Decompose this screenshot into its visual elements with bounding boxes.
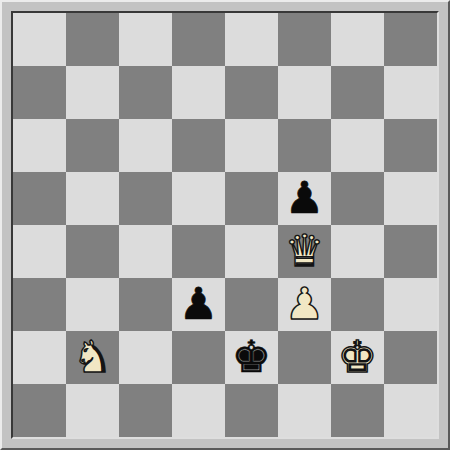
square-e6[interactable] bbox=[225, 119, 278, 172]
piece-black-pawn[interactable]: ♟ bbox=[285, 176, 324, 220]
square-f2[interactable] bbox=[278, 331, 331, 384]
square-h7[interactable] bbox=[384, 66, 437, 119]
square-d1[interactable] bbox=[172, 384, 225, 437]
square-d2[interactable] bbox=[172, 331, 225, 384]
square-f4[interactable]: ♛ bbox=[278, 225, 331, 278]
square-a2[interactable] bbox=[13, 331, 66, 384]
square-b7[interactable] bbox=[66, 66, 119, 119]
square-e4[interactable] bbox=[225, 225, 278, 278]
square-f5[interactable]: ♟ bbox=[278, 172, 331, 225]
piece-white-knight[interactable]: ♞ bbox=[73, 335, 112, 379]
square-a7[interactable] bbox=[13, 66, 66, 119]
square-a5[interactable] bbox=[13, 172, 66, 225]
square-h1[interactable] bbox=[384, 384, 437, 437]
square-c6[interactable] bbox=[119, 119, 172, 172]
chess-board: ♟♛♟♟♞♚♚ bbox=[13, 13, 437, 437]
square-d3[interactable]: ♟ bbox=[172, 278, 225, 331]
square-c5[interactable] bbox=[119, 172, 172, 225]
square-g8[interactable] bbox=[331, 13, 384, 66]
square-b8[interactable] bbox=[66, 13, 119, 66]
square-e7[interactable] bbox=[225, 66, 278, 119]
square-d4[interactable] bbox=[172, 225, 225, 278]
square-h4[interactable] bbox=[384, 225, 437, 278]
square-g1[interactable] bbox=[331, 384, 384, 437]
square-e8[interactable] bbox=[225, 13, 278, 66]
square-b6[interactable] bbox=[66, 119, 119, 172]
chessboard-window: ♟♛♟♟♞♚♚ bbox=[0, 0, 450, 450]
square-b2[interactable]: ♞ bbox=[66, 331, 119, 384]
piece-black-king[interactable]: ♚ bbox=[232, 335, 271, 379]
square-e1[interactable] bbox=[225, 384, 278, 437]
square-c7[interactable] bbox=[119, 66, 172, 119]
square-d8[interactable] bbox=[172, 13, 225, 66]
piece-white-queen[interactable]: ♛ bbox=[285, 229, 324, 273]
square-h5[interactable] bbox=[384, 172, 437, 225]
square-g5[interactable] bbox=[331, 172, 384, 225]
square-h8[interactable] bbox=[384, 13, 437, 66]
square-e3[interactable] bbox=[225, 278, 278, 331]
square-c2[interactable] bbox=[119, 331, 172, 384]
square-a1[interactable] bbox=[13, 384, 66, 437]
square-f1[interactable] bbox=[278, 384, 331, 437]
square-f7[interactable] bbox=[278, 66, 331, 119]
square-b1[interactable] bbox=[66, 384, 119, 437]
square-g4[interactable] bbox=[331, 225, 384, 278]
square-b5[interactable] bbox=[66, 172, 119, 225]
square-a8[interactable] bbox=[13, 13, 66, 66]
square-a4[interactable] bbox=[13, 225, 66, 278]
square-g7[interactable] bbox=[331, 66, 384, 119]
square-c1[interactable] bbox=[119, 384, 172, 437]
square-g6[interactable] bbox=[331, 119, 384, 172]
square-b4[interactable] bbox=[66, 225, 119, 278]
square-f8[interactable] bbox=[278, 13, 331, 66]
square-h3[interactable] bbox=[384, 278, 437, 331]
square-h2[interactable] bbox=[384, 331, 437, 384]
square-a3[interactable] bbox=[13, 278, 66, 331]
square-e2[interactable]: ♚ bbox=[225, 331, 278, 384]
piece-white-pawn[interactable]: ♟ bbox=[285, 282, 324, 326]
piece-black-pawn[interactable]: ♟ bbox=[179, 282, 218, 326]
square-d5[interactable] bbox=[172, 172, 225, 225]
square-a6[interactable] bbox=[13, 119, 66, 172]
square-d7[interactable] bbox=[172, 66, 225, 119]
square-b3[interactable] bbox=[66, 278, 119, 331]
square-h6[interactable] bbox=[384, 119, 437, 172]
square-c4[interactable] bbox=[119, 225, 172, 278]
square-f3[interactable]: ♟ bbox=[278, 278, 331, 331]
piece-white-king[interactable]: ♚ bbox=[338, 335, 377, 379]
square-g2[interactable]: ♚ bbox=[331, 331, 384, 384]
square-d6[interactable] bbox=[172, 119, 225, 172]
square-f6[interactable] bbox=[278, 119, 331, 172]
board-well: ♟♛♟♟♞♚♚ bbox=[11, 11, 439, 439]
square-g3[interactable] bbox=[331, 278, 384, 331]
square-c3[interactable] bbox=[119, 278, 172, 331]
square-e5[interactable] bbox=[225, 172, 278, 225]
square-c8[interactable] bbox=[119, 13, 172, 66]
